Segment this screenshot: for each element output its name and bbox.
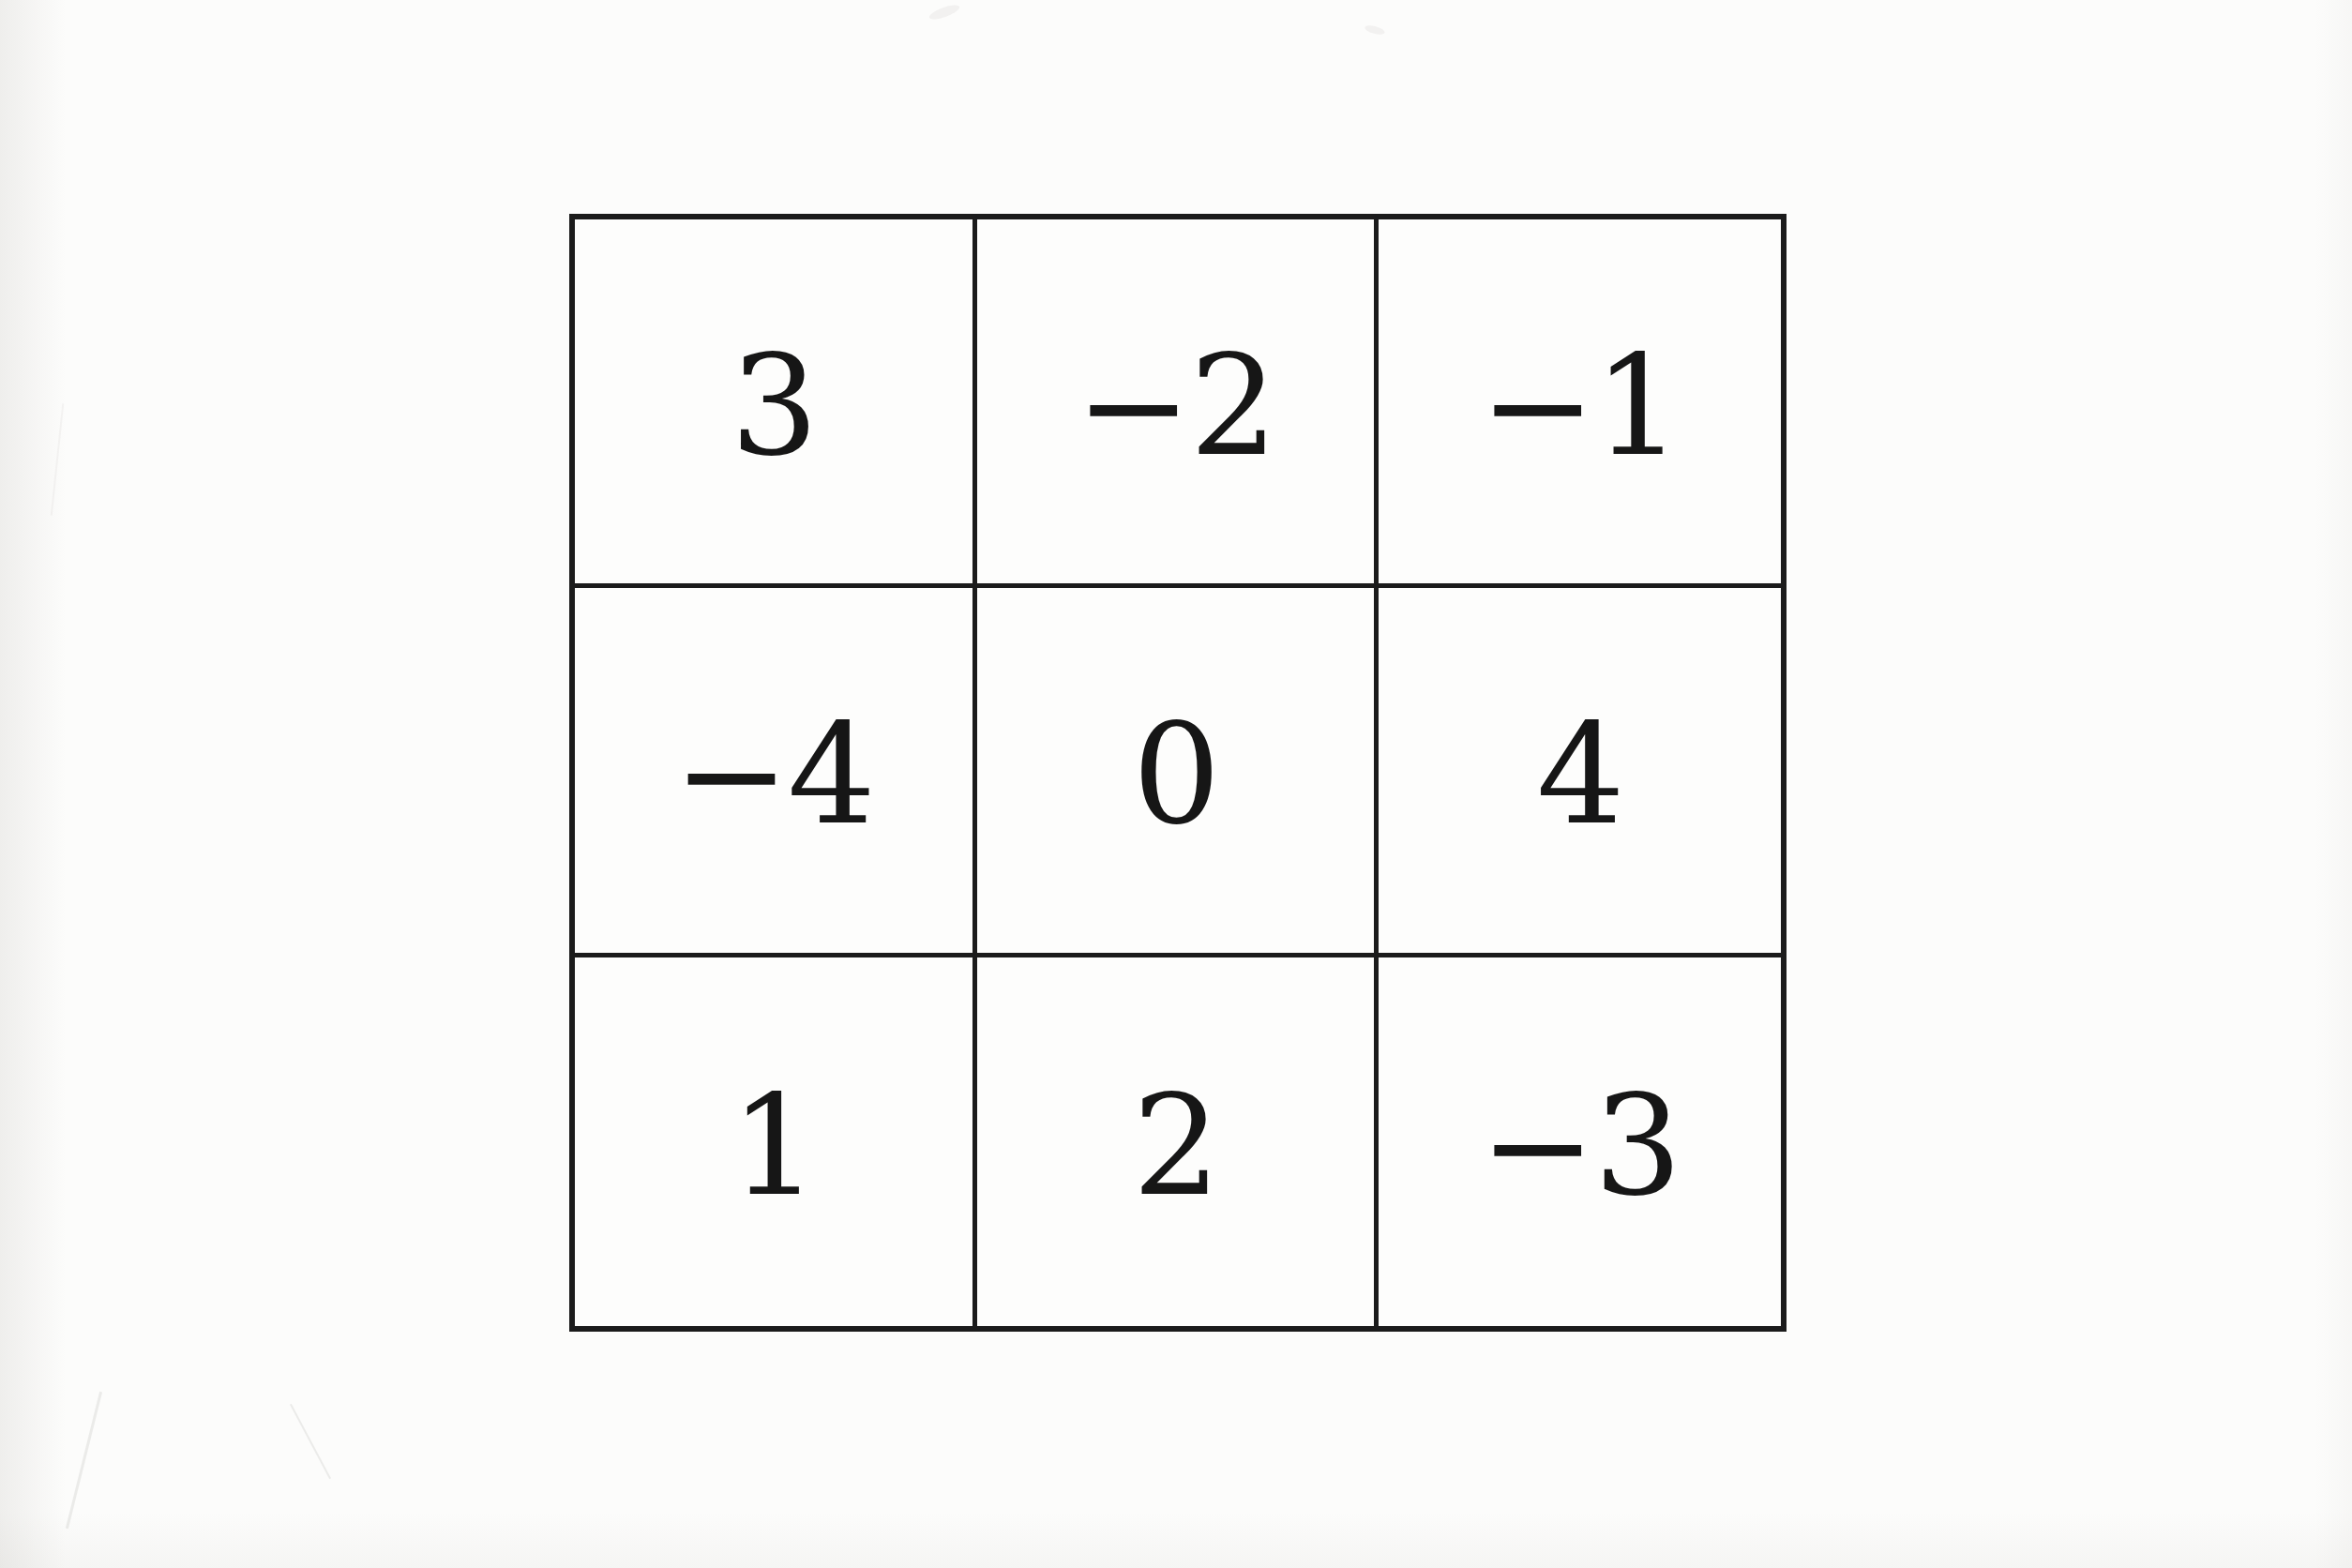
cell-r2c1: −4 bbox=[575, 588, 977, 957]
cell-r3c3: −3 bbox=[1379, 957, 1781, 1326]
paper-crease bbox=[51, 403, 65, 516]
cell-r2c2: 0 bbox=[977, 588, 1380, 957]
paper-crease bbox=[290, 1404, 331, 1479]
magic-square-grid: 3 −2 −1 −4 0 4 1 2 −3 bbox=[569, 214, 1787, 1332]
paper-crease bbox=[66, 1392, 102, 1529]
paper-smudge bbox=[1364, 23, 1385, 36]
cell-r1c3: −1 bbox=[1379, 219, 1781, 588]
cell-r3c2: 2 bbox=[977, 957, 1380, 1326]
cell-r1c1: 3 bbox=[575, 219, 977, 588]
cell-r1c2: −2 bbox=[977, 219, 1380, 588]
paper-smudge bbox=[927, 2, 960, 22]
scanned-page: 3 −2 −1 −4 0 4 1 2 −3 bbox=[0, 0, 2352, 1568]
cell-r2c3: 4 bbox=[1379, 588, 1781, 957]
cell-r3c1: 1 bbox=[575, 957, 977, 1326]
